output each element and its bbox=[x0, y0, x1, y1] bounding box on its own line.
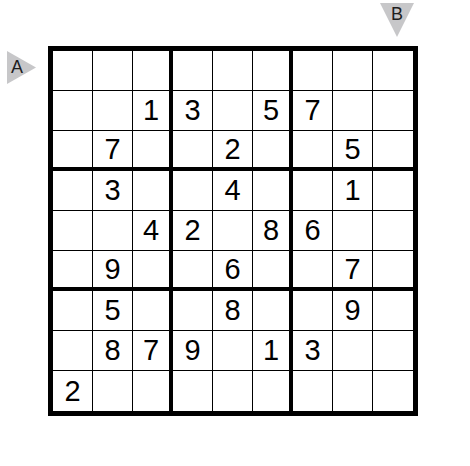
given-digit: 3 bbox=[304, 336, 320, 365]
cell-r3c6[interactable] bbox=[253, 131, 293, 171]
cell-r1c3[interactable] bbox=[133, 51, 173, 91]
cell-r9c6[interactable] bbox=[253, 371, 293, 411]
given-digit: 2 bbox=[64, 377, 80, 406]
cell-r3c1[interactable] bbox=[53, 131, 93, 171]
given-digit: 9 bbox=[344, 296, 360, 325]
cell-r5c6[interactable]: 8 bbox=[253, 211, 293, 251]
cell-r4c1[interactable] bbox=[53, 171, 93, 211]
given-digit: 3 bbox=[104, 176, 120, 205]
cell-r4c6[interactable] bbox=[253, 171, 293, 211]
cell-r8c3[interactable]: 7 bbox=[133, 331, 173, 371]
given-digit: 7 bbox=[143, 336, 159, 365]
given-digit: 9 bbox=[104, 255, 120, 284]
cell-r5c7[interactable]: 6 bbox=[293, 211, 333, 251]
cell-r4c9[interactable] bbox=[373, 171, 413, 211]
given-digit: 1 bbox=[344, 176, 360, 205]
cell-r7c5[interactable]: 8 bbox=[213, 291, 253, 331]
marker-b-label: B bbox=[391, 5, 403, 25]
cell-r6c3[interactable] bbox=[133, 251, 173, 291]
cell-r6c4[interactable] bbox=[173, 251, 213, 291]
cell-r1c9[interactable] bbox=[373, 51, 413, 91]
cell-r2c7[interactable]: 7 bbox=[293, 91, 333, 131]
cell-r8c8[interactable] bbox=[333, 331, 373, 371]
cell-r7c2[interactable]: 5 bbox=[93, 291, 133, 331]
cell-r2c5[interactable] bbox=[213, 91, 253, 131]
cell-r9c5[interactable] bbox=[213, 371, 253, 411]
cell-r4c4[interactable] bbox=[173, 171, 213, 211]
cell-r8c9[interactable] bbox=[373, 331, 413, 371]
cell-r3c2[interactable]: 7 bbox=[93, 131, 133, 171]
given-digit: 9 bbox=[184, 336, 200, 365]
cell-r5c8[interactable] bbox=[333, 211, 373, 251]
given-digit: 4 bbox=[143, 216, 159, 245]
cell-r1c1[interactable] bbox=[53, 51, 93, 91]
cell-r6c1[interactable] bbox=[53, 251, 93, 291]
given-digit: 5 bbox=[344, 135, 360, 164]
cell-r7c6[interactable] bbox=[253, 291, 293, 331]
cell-r8c1[interactable] bbox=[53, 331, 93, 371]
cell-r6c6[interactable] bbox=[253, 251, 293, 291]
cell-r7c7[interactable] bbox=[293, 291, 333, 331]
given-digit: 6 bbox=[224, 255, 240, 284]
given-digit: 8 bbox=[224, 296, 240, 325]
cell-r3c3[interactable] bbox=[133, 131, 173, 171]
cell-r2c2[interactable] bbox=[93, 91, 133, 131]
cell-r8c5[interactable] bbox=[213, 331, 253, 371]
cell-r6c7[interactable] bbox=[293, 251, 333, 291]
cell-r9c7[interactable] bbox=[293, 371, 333, 411]
given-digit: 5 bbox=[104, 296, 120, 325]
cell-r2c6[interactable]: 5 bbox=[253, 91, 293, 131]
cell-r3c7[interactable] bbox=[293, 131, 333, 171]
cell-r5c1[interactable] bbox=[53, 211, 93, 251]
cell-r6c8[interactable]: 7 bbox=[333, 251, 373, 291]
given-digit: 8 bbox=[104, 336, 120, 365]
cell-r7c9[interactable] bbox=[373, 291, 413, 331]
cell-r7c1[interactable] bbox=[53, 291, 93, 331]
cell-r2c3[interactable]: 1 bbox=[133, 91, 173, 131]
cell-r5c9[interactable] bbox=[373, 211, 413, 251]
cell-r5c3[interactable]: 4 bbox=[133, 211, 173, 251]
marker-a-arrow: A bbox=[7, 51, 36, 84]
cell-r6c5[interactable]: 6 bbox=[213, 251, 253, 291]
given-digit: 5 bbox=[263, 96, 279, 125]
cell-r7c3[interactable] bbox=[133, 291, 173, 331]
cell-r9c9[interactable] bbox=[373, 371, 413, 411]
given-digit: 2 bbox=[184, 216, 200, 245]
cell-r3c8[interactable]: 5 bbox=[333, 131, 373, 171]
cell-r2c8[interactable] bbox=[333, 91, 373, 131]
cell-r9c8[interactable] bbox=[333, 371, 373, 411]
cell-r5c2[interactable] bbox=[93, 211, 133, 251]
cell-r1c6[interactable] bbox=[253, 51, 293, 91]
cell-r6c2[interactable]: 9 bbox=[93, 251, 133, 291]
cell-r1c5[interactable] bbox=[213, 51, 253, 91]
given-digit: 4 bbox=[224, 176, 240, 205]
cell-r4c5[interactable]: 4 bbox=[213, 171, 253, 211]
cell-r4c7[interactable] bbox=[293, 171, 333, 211]
cell-r8c2[interactable]: 8 bbox=[93, 331, 133, 371]
cell-r2c9[interactable] bbox=[373, 91, 413, 131]
cell-r3c9[interactable] bbox=[373, 131, 413, 171]
cell-r4c2[interactable]: 3 bbox=[93, 171, 133, 211]
given-digit: 3 bbox=[184, 96, 200, 125]
given-digit: 1 bbox=[263, 336, 279, 365]
cell-r1c4[interactable] bbox=[173, 51, 213, 91]
marker-a-label: A bbox=[11, 58, 23, 78]
cell-r1c8[interactable] bbox=[333, 51, 373, 91]
given-digit: 6 bbox=[304, 216, 320, 245]
cell-r3c4[interactable] bbox=[173, 131, 213, 171]
given-digit: 7 bbox=[344, 255, 360, 284]
cell-r2c1[interactable] bbox=[53, 91, 93, 131]
cell-r1c2[interactable] bbox=[93, 51, 133, 91]
cell-r3c5[interactable]: 2 bbox=[213, 131, 253, 171]
given-digit: 7 bbox=[104, 135, 120, 164]
cell-r9c3[interactable] bbox=[133, 371, 173, 411]
marker-b-arrow: B bbox=[380, 3, 414, 37]
given-digit: 2 bbox=[224, 135, 240, 164]
cell-r6c9[interactable] bbox=[373, 251, 413, 291]
cell-r2c4[interactable]: 3 bbox=[173, 91, 213, 131]
given-digit: 1 bbox=[143, 96, 159, 125]
cell-r5c5[interactable] bbox=[213, 211, 253, 251]
cell-r5c4[interactable]: 2 bbox=[173, 211, 213, 251]
cell-r4c3[interactable] bbox=[133, 171, 173, 211]
cell-r8c4[interactable]: 9 bbox=[173, 331, 213, 371]
cell-r9c1[interactable]: 2 bbox=[53, 371, 93, 411]
cell-r9c2[interactable] bbox=[93, 371, 133, 411]
cell-r1c7[interactable] bbox=[293, 51, 333, 91]
cell-r8c6[interactable]: 1 bbox=[253, 331, 293, 371]
given-digit: 7 bbox=[304, 96, 320, 125]
cell-r4c8[interactable]: 1 bbox=[333, 171, 373, 211]
cell-r8c7[interactable]: 3 bbox=[293, 331, 333, 371]
sudoku-board: 13577253414286967589879132 bbox=[48, 46, 418, 416]
given-digit: 8 bbox=[263, 216, 279, 245]
cell-r7c8[interactable]: 9 bbox=[333, 291, 373, 331]
cell-r9c4[interactable] bbox=[173, 371, 213, 411]
cell-r7c4[interactable] bbox=[173, 291, 213, 331]
